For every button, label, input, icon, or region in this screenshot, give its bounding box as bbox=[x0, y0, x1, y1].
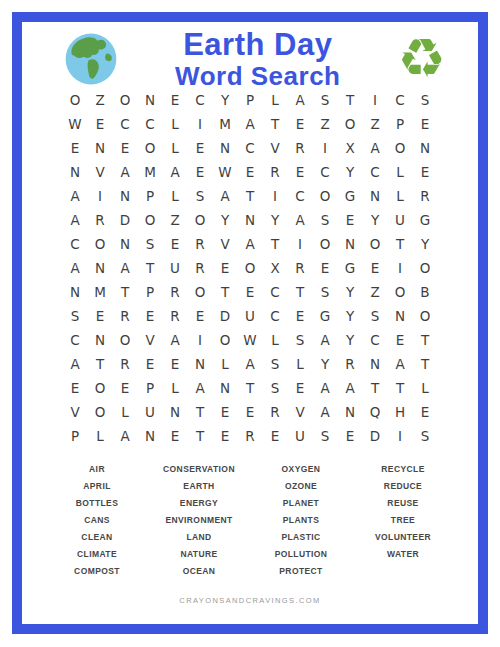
grid-cell: N bbox=[363, 352, 388, 376]
grid-cell: E bbox=[163, 232, 188, 256]
grid-cell: E bbox=[113, 376, 138, 400]
grid-cell: N bbox=[113, 232, 138, 256]
grid-cell: X bbox=[338, 136, 363, 160]
grid-cell: N bbox=[88, 328, 113, 352]
grid-cell: E bbox=[113, 136, 138, 160]
grid-cell: C bbox=[363, 328, 388, 352]
grid-cell: E bbox=[238, 280, 263, 304]
title-line-2: Word Search bbox=[175, 63, 340, 89]
grid-cell: S bbox=[313, 424, 338, 448]
grid-cell: E bbox=[288, 112, 313, 136]
word-item: AIR bbox=[46, 461, 148, 478]
grid-cell: T bbox=[338, 88, 363, 112]
grid-cell: P bbox=[138, 184, 163, 208]
grid-cell: C bbox=[138, 112, 163, 136]
grid-cell: O bbox=[413, 304, 438, 328]
word-item: CONSERVATION bbox=[148, 461, 250, 478]
grid-cell: S bbox=[188, 184, 213, 208]
grid-cell: R bbox=[338, 352, 363, 376]
grid-cell: O bbox=[213, 328, 238, 352]
grid-cell: N bbox=[238, 208, 263, 232]
grid-cell: L bbox=[288, 352, 313, 376]
grid-cell: R bbox=[238, 424, 263, 448]
grid-cell: E bbox=[313, 256, 338, 280]
grid-cell: E bbox=[138, 352, 163, 376]
grid-cell: O bbox=[338, 112, 363, 136]
word-item: PROTECT bbox=[250, 563, 352, 580]
grid-cell: E bbox=[213, 256, 238, 280]
grid-cell: E bbox=[213, 400, 238, 424]
word-list: AIRAPRILBOTTLESCANSCLEANCLIMATECOMPOSTCO… bbox=[22, 461, 478, 580]
word-item: TREE bbox=[352, 512, 454, 529]
grid-cell: X bbox=[263, 256, 288, 280]
grid-cell: P bbox=[388, 112, 413, 136]
word-item: CLIMATE bbox=[46, 546, 148, 563]
grid-cell: R bbox=[113, 352, 138, 376]
grid-cell: A bbox=[213, 184, 238, 208]
word-item: POLLUTION bbox=[250, 546, 352, 563]
word-item: PLANET bbox=[250, 495, 352, 512]
word-item: EARTH bbox=[148, 478, 250, 495]
grid-cell: O bbox=[388, 136, 413, 160]
grid-cell: O bbox=[188, 280, 213, 304]
grid-cell: I bbox=[288, 232, 313, 256]
earth-icon bbox=[64, 32, 118, 86]
grid-cell: U bbox=[238, 304, 263, 328]
grid-cell: L bbox=[163, 376, 188, 400]
word-item: ENVIRONMENT bbox=[148, 512, 250, 529]
grid-cell: V bbox=[263, 136, 288, 160]
grid-cell: Z bbox=[163, 208, 188, 232]
word-item: REUSE bbox=[352, 495, 454, 512]
grid-cell: L bbox=[388, 160, 413, 184]
word-item: OCEAN bbox=[148, 563, 250, 580]
grid-cell: N bbox=[363, 184, 388, 208]
grid-cell: N bbox=[138, 88, 163, 112]
grid-cell: O bbox=[363, 232, 388, 256]
grid-cell: E bbox=[188, 136, 213, 160]
grid-cell: E bbox=[288, 304, 313, 328]
grid-cell: Y bbox=[413, 232, 438, 256]
grid-cell: O bbox=[188, 208, 213, 232]
grid-cell: L bbox=[163, 184, 188, 208]
grid-cell: Z bbox=[88, 88, 113, 112]
grid-cell: R bbox=[113, 304, 138, 328]
title-line-1: Earth Day bbox=[175, 29, 340, 60]
grid-cell: A bbox=[188, 376, 213, 400]
grid-cell: I bbox=[188, 112, 213, 136]
grid-cell: E bbox=[388, 328, 413, 352]
grid-cell: U bbox=[388, 208, 413, 232]
grid-cell: T bbox=[388, 376, 413, 400]
word-item: NATURE bbox=[148, 546, 250, 563]
grid-cell: H bbox=[388, 400, 413, 424]
grid-cell: A bbox=[238, 232, 263, 256]
grid-cell: N bbox=[88, 256, 113, 280]
grid-cell: D bbox=[113, 208, 138, 232]
grid-cell: E bbox=[63, 376, 88, 400]
grid-cell: T bbox=[113, 280, 138, 304]
grid-cell: T bbox=[413, 352, 438, 376]
grid-cell: L bbox=[263, 88, 288, 112]
grid-cell: Y bbox=[263, 208, 288, 232]
grid-cell: O bbox=[138, 208, 163, 232]
grid-cell: N bbox=[188, 352, 213, 376]
grid-cell: R bbox=[288, 256, 313, 280]
grid-cell: O bbox=[313, 232, 338, 256]
grid-cell: A bbox=[113, 256, 138, 280]
grid-cell: T bbox=[188, 424, 213, 448]
grid-cell: A bbox=[163, 328, 188, 352]
grid-cell: G bbox=[413, 208, 438, 232]
grid-cell: Y bbox=[338, 328, 363, 352]
grid-cell: E bbox=[288, 160, 313, 184]
grid-cell: A bbox=[238, 112, 263, 136]
grid-cell: S bbox=[313, 208, 338, 232]
grid-cell: N bbox=[338, 232, 363, 256]
worksheet-page: Earth Day Word Search ♻ OZONECYPLASTICSW… bbox=[0, 0, 500, 647]
grid-cell: O bbox=[313, 184, 338, 208]
grid-cell: Y bbox=[213, 88, 238, 112]
grid-cell: C bbox=[238, 136, 263, 160]
grid-cell: O bbox=[113, 88, 138, 112]
grid-cell: T bbox=[188, 400, 213, 424]
word-item: CANS bbox=[46, 512, 148, 529]
grid-cell: O bbox=[388, 280, 413, 304]
grid-cell: E bbox=[63, 136, 88, 160]
grid-cell: A bbox=[63, 184, 88, 208]
grid-cell: N bbox=[88, 136, 113, 160]
grid-cell: V bbox=[138, 328, 163, 352]
grid-cell: N bbox=[413, 136, 438, 160]
grid-cell: V bbox=[88, 160, 113, 184]
grid-cell: U bbox=[163, 256, 188, 280]
word-search-grid: OZONECYPLASTICSWECCLIMATEZOZPEENEOLENCVR… bbox=[63, 88, 438, 448]
grid-cell: T bbox=[288, 280, 313, 304]
grid-cell: A bbox=[113, 424, 138, 448]
grid-cell: O bbox=[238, 256, 263, 280]
grid-cell: S bbox=[63, 304, 88, 328]
grid-cell: L bbox=[113, 400, 138, 424]
grid-cell: W bbox=[63, 112, 88, 136]
recycle-icon: ♻ bbox=[398, 32, 446, 86]
grid-cell: I bbox=[313, 136, 338, 160]
grid-cell: R bbox=[188, 232, 213, 256]
word-item: COMPOST bbox=[46, 563, 148, 580]
grid-cell: E bbox=[188, 160, 213, 184]
grid-cell: O bbox=[88, 400, 113, 424]
grid-cell: D bbox=[213, 304, 238, 328]
grid-cell: E bbox=[163, 424, 188, 448]
grid-cell: P bbox=[238, 88, 263, 112]
word-item: OXYGEN bbox=[250, 461, 352, 478]
grid-cell: E bbox=[163, 88, 188, 112]
grid-cell: N bbox=[213, 376, 238, 400]
grid-cell: E bbox=[363, 256, 388, 280]
grid-cell: L bbox=[413, 376, 438, 400]
grid-cell: A bbox=[313, 328, 338, 352]
grid-cell: E bbox=[413, 400, 438, 424]
grid-cell: Y bbox=[213, 208, 238, 232]
word-item: WATER bbox=[352, 546, 454, 563]
word-item: LAND bbox=[148, 529, 250, 546]
grid-cell: R bbox=[288, 136, 313, 160]
grid-cell: P bbox=[63, 424, 88, 448]
grid-cell: R bbox=[413, 184, 438, 208]
grid-cell: V bbox=[213, 232, 238, 256]
grid-cell: T bbox=[88, 352, 113, 376]
grid-cell: C bbox=[388, 88, 413, 112]
grid-cell: T bbox=[238, 376, 263, 400]
grid-cell: C bbox=[288, 184, 313, 208]
word-item: BOTTLES bbox=[46, 495, 148, 512]
grid-cell: S bbox=[413, 88, 438, 112]
grid-cell: E bbox=[338, 424, 363, 448]
grid-cell: Z bbox=[363, 280, 388, 304]
grid-cell: B bbox=[413, 280, 438, 304]
grid-cell: I bbox=[388, 424, 413, 448]
grid-cell: T bbox=[213, 280, 238, 304]
grid-cell: C bbox=[63, 328, 88, 352]
grid-cell: Y bbox=[363, 208, 388, 232]
word-list-column: AIRAPRILBOTTLESCANSCLEANCLIMATECOMPOST bbox=[46, 461, 148, 580]
grid-cell: T bbox=[263, 232, 288, 256]
grid-cell: G bbox=[338, 256, 363, 280]
header: Earth Day Word Search ♻ bbox=[22, 22, 478, 86]
word-item: VOLUNTEER bbox=[352, 529, 454, 546]
grid-cell: L bbox=[213, 352, 238, 376]
grid-cell: O bbox=[88, 376, 113, 400]
grid-cell: M bbox=[213, 112, 238, 136]
grid-cell: G bbox=[338, 184, 363, 208]
grid-cell: T bbox=[263, 112, 288, 136]
grid-cell: E bbox=[413, 160, 438, 184]
grid-cell: E bbox=[188, 304, 213, 328]
word-list-column: OXYGENOZONEPLANETPLANTSPLASTICPOLLUTIONP… bbox=[250, 461, 352, 580]
grid-cell: P bbox=[138, 280, 163, 304]
grid-cell: L bbox=[88, 424, 113, 448]
grid-cell: C bbox=[113, 112, 138, 136]
word-item: PLASTIC bbox=[250, 529, 352, 546]
grid-cell: S bbox=[313, 88, 338, 112]
grid-cell: A bbox=[63, 208, 88, 232]
grid-cell: N bbox=[338, 400, 363, 424]
word-item: ENERGY bbox=[148, 495, 250, 512]
grid-cell: I bbox=[88, 184, 113, 208]
grid-cell: T bbox=[363, 376, 388, 400]
word-item: CLEAN bbox=[46, 529, 148, 546]
grid-cell: R bbox=[263, 160, 288, 184]
grid-cell: I bbox=[363, 88, 388, 112]
grid-cell: C bbox=[63, 232, 88, 256]
grid-cell: S bbox=[288, 328, 313, 352]
grid-cell: Y bbox=[338, 304, 363, 328]
grid-cell: E bbox=[138, 304, 163, 328]
grid-cell: W bbox=[238, 328, 263, 352]
grid-cell: R bbox=[188, 256, 213, 280]
grid-cell: A bbox=[238, 352, 263, 376]
grid-cell: S bbox=[313, 280, 338, 304]
grid-cell: Z bbox=[313, 112, 338, 136]
grid-cell: E bbox=[88, 112, 113, 136]
footer-credit: CRAYONSANDCRAVINGS.COM bbox=[179, 596, 320, 605]
word-item: RECYCLE bbox=[352, 461, 454, 478]
grid-cell: G bbox=[313, 304, 338, 328]
grid-cell: U bbox=[288, 424, 313, 448]
grid-cell: O bbox=[63, 88, 88, 112]
grid-cell: C bbox=[188, 88, 213, 112]
grid-cell: L bbox=[163, 136, 188, 160]
grid-cell: O bbox=[113, 328, 138, 352]
grid-cell: M bbox=[88, 280, 113, 304]
grid-cell: T bbox=[238, 184, 263, 208]
grid-cell: V bbox=[63, 400, 88, 424]
grid-cell: A bbox=[338, 376, 363, 400]
grid-cell: W bbox=[213, 160, 238, 184]
word-item: OZONE bbox=[250, 478, 352, 495]
word-list-column: CONSERVATIONEARTHENERGYENVIRONMENTLANDNA… bbox=[148, 461, 250, 580]
grid-cell: I bbox=[188, 328, 213, 352]
word-item: PLANTS bbox=[250, 512, 352, 529]
grid-cell: E bbox=[213, 424, 238, 448]
grid-cell: L bbox=[388, 184, 413, 208]
word-item: REDUCE bbox=[352, 478, 454, 495]
grid-cell: N bbox=[213, 136, 238, 160]
word-list-column: RECYCLEREDUCEREUSETREEVOLUNTEERWATER bbox=[352, 461, 454, 580]
grid-cell: I bbox=[263, 184, 288, 208]
grid-cell: S bbox=[263, 352, 288, 376]
grid-cell: S bbox=[138, 232, 163, 256]
grid-cell: N bbox=[63, 280, 88, 304]
grid-cell: C bbox=[263, 280, 288, 304]
grid-cell: C bbox=[263, 304, 288, 328]
grid-cell: C bbox=[363, 160, 388, 184]
grid-cell: A bbox=[288, 88, 313, 112]
grid-cell: U bbox=[138, 400, 163, 424]
page-title: Earth Day Word Search bbox=[175, 29, 340, 89]
grid-cell: N bbox=[63, 160, 88, 184]
grid-cell: M bbox=[138, 160, 163, 184]
grid-cell: O bbox=[413, 256, 438, 280]
grid-cell: A bbox=[63, 256, 88, 280]
grid-cell: S bbox=[363, 304, 388, 328]
grid-cell: S bbox=[413, 424, 438, 448]
grid-cell: E bbox=[288, 376, 313, 400]
grid-cell: R bbox=[88, 208, 113, 232]
grid-cell: S bbox=[263, 376, 288, 400]
grid-cell: I bbox=[388, 256, 413, 280]
grid-cell: Z bbox=[363, 112, 388, 136]
grid-cell: A bbox=[63, 352, 88, 376]
grid-cell: L bbox=[263, 328, 288, 352]
grid-cell: T bbox=[138, 256, 163, 280]
grid-cell: Y bbox=[338, 160, 363, 184]
grid-cell: R bbox=[163, 280, 188, 304]
grid-cell: E bbox=[263, 424, 288, 448]
grid-cell: C bbox=[313, 160, 338, 184]
grid-cell: R bbox=[263, 400, 288, 424]
grid-cell: R bbox=[163, 304, 188, 328]
grid-cell: A bbox=[313, 400, 338, 424]
grid-cell: Q bbox=[363, 400, 388, 424]
grid-cell: A bbox=[313, 376, 338, 400]
grid-cell: N bbox=[388, 304, 413, 328]
grid-cell: Y bbox=[338, 280, 363, 304]
grid-cell: N bbox=[138, 424, 163, 448]
grid-cell: A bbox=[363, 136, 388, 160]
grid-cell: O bbox=[88, 232, 113, 256]
grid-cell: E bbox=[88, 304, 113, 328]
grid-cell: A bbox=[163, 160, 188, 184]
grid-cell: T bbox=[413, 328, 438, 352]
grid-cell: E bbox=[413, 112, 438, 136]
grid-cell: A bbox=[288, 208, 313, 232]
grid-cell: E bbox=[238, 400, 263, 424]
grid-cell: E bbox=[163, 352, 188, 376]
grid-cell: E bbox=[238, 160, 263, 184]
grid-cell: O bbox=[138, 136, 163, 160]
grid-cell: N bbox=[113, 184, 138, 208]
grid-cell: L bbox=[163, 112, 188, 136]
grid-cell: D bbox=[363, 424, 388, 448]
grid-cell: A bbox=[113, 160, 138, 184]
page-content: Earth Day Word Search ♻ OZONECYPLASTICSW… bbox=[22, 22, 478, 624]
grid-cell: N bbox=[163, 400, 188, 424]
grid-cell: A bbox=[388, 352, 413, 376]
word-item: APRIL bbox=[46, 478, 148, 495]
grid-cell: Y bbox=[313, 352, 338, 376]
grid-cell: P bbox=[138, 376, 163, 400]
grid-cell: E bbox=[338, 208, 363, 232]
grid-cell: T bbox=[388, 232, 413, 256]
grid-cell: V bbox=[288, 400, 313, 424]
